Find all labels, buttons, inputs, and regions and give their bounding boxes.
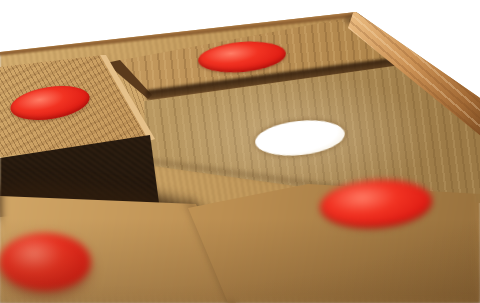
puzzle-photo-scene — [0, 0, 480, 303]
red-dot-bottom-left — [0, 233, 91, 291]
puzzle-tray — [0, 0, 480, 303]
